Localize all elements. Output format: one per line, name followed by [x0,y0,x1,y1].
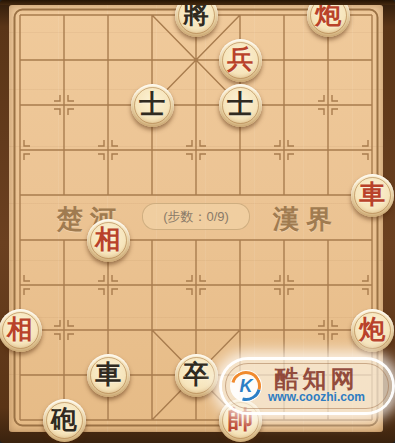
piece-red-elephant-2[interactable]: 相 [0,309,42,352]
coozhi-logo-icon: K [230,370,262,402]
piece-red-cannon-1[interactable]: 炮 [307,0,350,37]
piece-glyph: 將 [183,2,209,28]
piece-glyph: 車 [95,362,121,388]
top-frame-edge [0,0,395,5]
piece-red-cannon-2[interactable]: 炮 [351,309,394,352]
piece-glyph: 相 [95,227,121,253]
piece-glyph: 車 [359,182,385,208]
piece-glyph: 炮 [359,317,385,343]
piece-glyph: 士 [227,92,253,118]
piece-glyph: 士 [139,92,165,118]
watermark-site-url: www.coozhi.com [268,391,365,404]
piece-glyph: 相 [7,317,33,343]
piece-black-advisor-2[interactable]: 士 [219,84,262,127]
piece-glyph: 砲 [51,407,77,433]
piece-red-chariot[interactable]: 車 [351,174,394,217]
piece-black-advisor-1[interactable]: 士 [131,84,174,127]
watermark-badge: K 酷知网 www.coozhi.com [222,360,392,412]
piece-black-soldier[interactable]: 卒 [175,354,218,397]
piece-black-cannon[interactable]: 砲 [43,399,86,442]
piece-glyph: 兵 [227,47,253,73]
piece-black-general[interactable]: 將 [175,0,218,37]
piece-glyph: 卒 [183,362,209,388]
xiangqi-app-window: 楚河 (步数：0/9) 漢界 將炮兵士士車相相炮車卒砲帥 K 酷知网 www.c… [0,0,395,443]
piece-black-chariot[interactable]: 車 [87,354,130,397]
piece-glyph: 炮 [315,2,341,28]
piece-red-elephant-1[interactable]: 相 [87,219,130,262]
piece-red-soldier[interactable]: 兵 [219,39,262,82]
watermark-site-name: 酷知网 [274,367,358,391]
